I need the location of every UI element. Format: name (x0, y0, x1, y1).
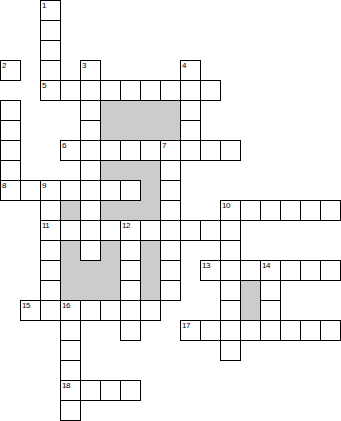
crossword-cell[interactable] (320, 200, 341, 221)
crossword-cell[interactable] (40, 280, 61, 301)
shaded-cell (160, 120, 181, 141)
crossword-cell[interactable] (80, 100, 101, 121)
crossword-cell[interactable]: 17 (180, 320, 201, 341)
shaded-cell (120, 120, 141, 141)
crossword-cell[interactable] (80, 140, 101, 161)
crossword-cell[interactable] (120, 240, 141, 261)
crossword-cell[interactable] (180, 140, 201, 161)
crossword-cell[interactable] (260, 320, 281, 341)
crossword-cell[interactable]: 16 (60, 300, 81, 321)
crossword-cell[interactable] (220, 140, 241, 161)
crossword-cell[interactable] (220, 300, 241, 321)
crossword-cell[interactable]: 14 (260, 260, 281, 281)
crossword-cell[interactable] (160, 160, 181, 181)
crossword-cell[interactable] (280, 260, 301, 281)
crossword-cell[interactable] (320, 320, 341, 341)
shaded-cell (60, 280, 81, 301)
crossword-cell[interactable] (220, 240, 241, 261)
shaded-cell (100, 280, 121, 301)
shaded-cell (120, 200, 141, 221)
crossword-cell[interactable] (160, 180, 181, 201)
shaded-cell (240, 280, 261, 301)
crossword-cell[interactable] (60, 220, 81, 241)
crossword-cell[interactable] (120, 140, 141, 161)
crossword-cell[interactable] (240, 260, 261, 281)
clue-number: 9 (42, 181, 46, 190)
crossword-cell[interactable] (180, 80, 201, 101)
crossword-cell[interactable] (80, 180, 101, 201)
shaded-cell (140, 120, 161, 141)
crossword-cell[interactable] (100, 140, 121, 161)
crossword-cell[interactable] (40, 300, 61, 321)
crossword-cell[interactable] (180, 120, 201, 141)
crossword-cell[interactable] (40, 260, 61, 281)
shaded-cell (140, 180, 161, 201)
crossword-cell[interactable] (120, 180, 141, 201)
crossword-cell[interactable] (60, 180, 81, 201)
crossword-cell[interactable] (180, 100, 201, 121)
shaded-cell (80, 260, 101, 281)
crossword-cell[interactable] (160, 200, 181, 221)
clue-number: 1 (42, 1, 46, 10)
crossword-cell[interactable] (140, 220, 161, 241)
shaded-cell (240, 300, 261, 321)
crossword-cell[interactable] (80, 80, 101, 101)
clue-number: 7 (162, 141, 166, 150)
clue-number: 5 (42, 81, 46, 90)
shaded-cell (100, 260, 121, 281)
shaded-cell (60, 200, 81, 221)
crossword-cell[interactable] (0, 120, 21, 141)
crossword-cell[interactable] (100, 220, 121, 241)
crossword-cell[interactable]: 8 (0, 180, 21, 201)
crossword-cell[interactable]: 13 (200, 260, 221, 281)
crossword-cell[interactable] (220, 220, 241, 241)
shaded-cell (140, 160, 161, 181)
clue-number: 16 (62, 301, 70, 310)
crossword-cell[interactable] (40, 20, 61, 41)
crossword-cell[interactable] (80, 200, 101, 221)
crossword-cell[interactable] (40, 200, 61, 221)
shaded-cell (100, 240, 121, 261)
crossword-cell[interactable] (200, 220, 221, 241)
shaded-cell (140, 200, 161, 221)
shaded-cell (140, 280, 161, 301)
crossword-cell[interactable] (0, 160, 21, 181)
crossword-cell[interactable] (40, 240, 61, 261)
crossword-cell[interactable]: 4 (180, 60, 201, 81)
clue-number: 17 (182, 321, 190, 330)
clue-number: 13 (202, 261, 210, 270)
crossword-cell[interactable] (100, 180, 121, 201)
crossword-cell[interactable] (40, 40, 61, 61)
clue-number: 12 (122, 221, 130, 230)
clue-number: 18 (62, 381, 70, 390)
clue-number: 11 (42, 221, 49, 230)
crossword-cell[interactable] (200, 80, 221, 101)
crossword-cell[interactable] (80, 220, 101, 241)
crossword-cell[interactable] (80, 240, 101, 261)
crossword-cell[interactable] (40, 60, 61, 81)
crossword-cell[interactable] (80, 160, 101, 181)
crossword-cell[interactable] (140, 80, 161, 101)
shaded-cell (60, 260, 81, 281)
crossword-cell[interactable] (280, 200, 301, 221)
crossword-cell[interactable] (160, 80, 181, 101)
crossword-cell[interactable] (200, 140, 221, 161)
crossword-cell[interactable] (240, 320, 261, 341)
crossword-cell[interactable]: 11 (40, 220, 61, 241)
shaded-cell (140, 260, 161, 281)
shaded-cell (120, 160, 141, 181)
crossword-cell[interactable]: 10 (220, 200, 241, 221)
crossword-cell[interactable] (60, 340, 81, 361)
clue-number: 2 (2, 61, 6, 70)
crossword-cell[interactable] (20, 180, 41, 201)
shaded-cell (100, 120, 121, 141)
crossword-cell[interactable] (60, 360, 81, 381)
shaded-cell (100, 100, 121, 121)
crossword-cell[interactable] (80, 380, 101, 401)
crossword-cell[interactable] (300, 200, 321, 221)
shaded-cell (160, 100, 181, 121)
crossword-cell[interactable] (300, 320, 321, 341)
crossword-cell[interactable] (160, 260, 181, 281)
crossword-cell[interactable] (300, 260, 321, 281)
crossword-cell[interactable] (120, 260, 141, 281)
crossword-cell[interactable] (260, 280, 281, 301)
crossword-cell[interactable] (160, 280, 181, 301)
clue-number: 3 (82, 61, 86, 70)
crossword-cell[interactable] (0, 140, 21, 161)
clue-number: 14 (262, 261, 270, 270)
crossword-cell[interactable] (240, 200, 261, 221)
crossword-cell[interactable]: 6 (60, 140, 81, 161)
crossword-cell[interactable]: 5 (40, 80, 61, 101)
crossword-cell[interactable] (200, 320, 221, 341)
crossword-cell[interactable]: 15 (20, 300, 41, 321)
clue-number: 10 (222, 201, 230, 210)
crossword-cell[interactable] (60, 320, 81, 341)
crossword-cell[interactable] (100, 380, 121, 401)
crossword-cell[interactable] (80, 120, 101, 141)
crossword-cell[interactable]: 2 (0, 60, 21, 81)
crossword-cell[interactable] (180, 220, 201, 241)
clue-number: 15 (22, 301, 30, 310)
shaded-cell (140, 240, 161, 261)
crossword-cell[interactable] (220, 280, 241, 301)
crossword-cell[interactable] (100, 300, 121, 321)
crossword-cell[interactable] (120, 300, 141, 321)
crossword-cell[interactable] (320, 260, 341, 281)
crossword-cell[interactable] (0, 100, 21, 121)
crossword-cell[interactable] (60, 80, 81, 101)
crossword-cell[interactable] (120, 280, 141, 301)
crossword-cell[interactable] (80, 300, 101, 321)
crossword-cell[interactable]: 18 (60, 380, 81, 401)
crossword-cell[interactable] (60, 400, 81, 421)
crossword-cell[interactable] (120, 80, 141, 101)
crossword-cell[interactable]: 12 (120, 220, 141, 241)
clue-number: 8 (2, 181, 6, 190)
crossword-cell[interactable] (220, 260, 241, 281)
shaded-cell (100, 200, 121, 221)
crossword-cell[interactable]: 1 (40, 0, 61, 21)
shaded-cell (80, 280, 101, 301)
crossword-cell[interactable] (140, 140, 161, 161)
crossword-cell[interactable] (160, 240, 181, 261)
clue-number: 4 (182, 61, 186, 70)
crossword-cell[interactable]: 9 (40, 180, 61, 201)
crossword-cell[interactable]: 7 (160, 140, 181, 161)
shaded-cell (100, 160, 121, 181)
crossword-cell[interactable] (220, 340, 241, 361)
shaded-cell (140, 100, 161, 121)
crossword-cell[interactable] (160, 220, 181, 241)
shaded-cell (120, 100, 141, 121)
shaded-cell (60, 240, 81, 261)
crossword-cell[interactable] (260, 300, 281, 321)
crossword-cell[interactable] (280, 320, 301, 341)
crossword-board: 123456789101112131415161718 (0, 0, 341, 421)
crossword-cell[interactable] (220, 320, 241, 341)
crossword-cell[interactable] (140, 300, 161, 321)
crossword-cell[interactable]: 3 (80, 60, 101, 81)
clue-number: 6 (62, 141, 66, 150)
crossword-cell[interactable] (120, 320, 141, 341)
crossword-cell[interactable] (120, 380, 141, 401)
crossword-cell[interactable] (100, 80, 121, 101)
crossword-cell[interactable] (260, 200, 281, 221)
